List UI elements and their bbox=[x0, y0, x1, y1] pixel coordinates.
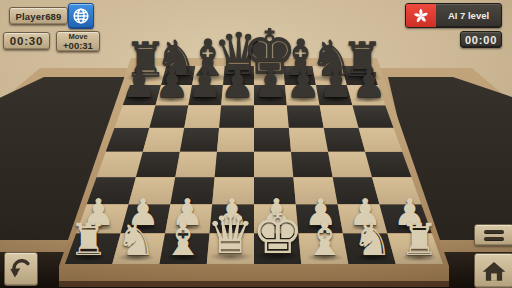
square-e6[interactable] bbox=[0, 105, 512, 127]
piece-white-bishop-f1[interactable]: ♝ bbox=[304, 216, 345, 262]
piece-ground-shadow bbox=[64, 252, 112, 263]
white-player-name-plate: Player689 bbox=[9, 7, 68, 25]
piece-ground-shadow bbox=[111, 252, 161, 263]
bauhinia-flower-icon bbox=[411, 6, 431, 26]
home-icon bbox=[481, 258, 507, 284]
hong-kong-flag bbox=[406, 4, 436, 27]
black-clock: 00:00 bbox=[460, 31, 502, 48]
undo-button[interactable] bbox=[4, 252, 38, 286]
square-e4[interactable] bbox=[0, 152, 512, 178]
piece-white-knight-b1[interactable]: ♞ bbox=[116, 217, 156, 262]
ai-level-label: AI 7 level bbox=[436, 10, 501, 21]
piece-ground-shadow bbox=[347, 252, 397, 263]
move-increment-value: +00:31 bbox=[63, 41, 93, 51]
piece-black-pawn-h7[interactable]: ♟ bbox=[351, 64, 386, 103]
piece-white-bishop-c1[interactable]: ♝ bbox=[163, 216, 204, 262]
globe-icon bbox=[71, 6, 91, 26]
menu-button[interactable] bbox=[474, 224, 512, 246]
black-clock-time: 00:00 bbox=[465, 34, 497, 46]
board-rank-4 bbox=[0, 152, 512, 178]
piece-ground-shadow bbox=[395, 252, 443, 263]
move-increment-plate: Move +00:31 bbox=[56, 31, 100, 52]
piece-white-knight-g1[interactable]: ♞ bbox=[352, 217, 392, 262]
piece-ground-shadow bbox=[300, 252, 351, 263]
menu-icon bbox=[484, 230, 504, 234]
online-globe-button[interactable] bbox=[68, 3, 94, 29]
board-rank-1: ♜♞♝♛♚♝♞♜ bbox=[0, 233, 512, 264]
white-clock: 00:30 bbox=[3, 32, 50, 50]
black-player-plate: AI 7 level bbox=[405, 3, 502, 28]
undo-arrow-icon bbox=[8, 256, 34, 282]
board-rank-5 bbox=[0, 128, 512, 152]
home-button[interactable] bbox=[474, 253, 512, 288]
piece-ground-shadow bbox=[347, 95, 390, 104]
board-rank-7: ♟♟♟♟♟♟♟♟ bbox=[0, 85, 512, 106]
square-e5[interactable] bbox=[0, 128, 512, 152]
white-clock-time: 00:30 bbox=[10, 35, 43, 47]
white-player-name: Player689 bbox=[15, 11, 61, 22]
piece-white-rook-h1[interactable]: ♜ bbox=[400, 218, 439, 262]
piece-white-king-e1[interactable]: ♚ bbox=[252, 204, 304, 262]
piece-white-rook-a1[interactable]: ♜ bbox=[69, 218, 108, 262]
board-rank-6 bbox=[0, 105, 512, 127]
